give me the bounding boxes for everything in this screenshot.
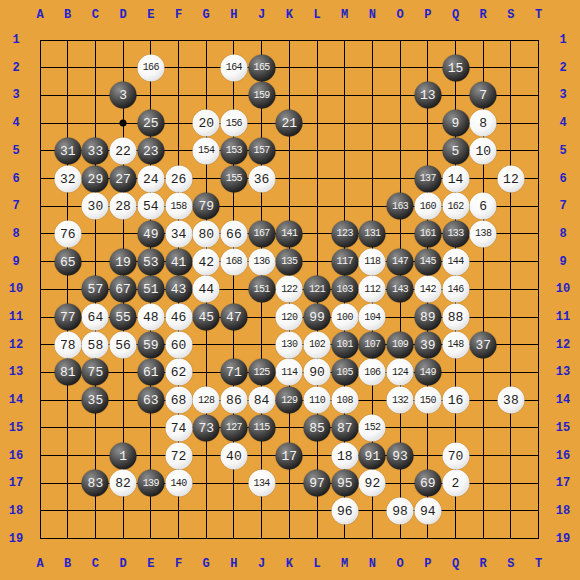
stone-white-66-H8[interactable]: 66 [220,220,247,247]
coordinate-label-col-N-bottom: N [358,557,386,571]
stone-move-number: 124 [392,367,408,377]
stone-black-67-D10[interactable]: 67 [110,276,137,303]
stone-move-number: 102 [309,340,325,350]
grid-line-vertical [510,40,511,540]
stone-move-number: 68 [171,394,187,407]
stone-black-153-H5[interactable]: 153 [220,137,247,164]
stone-black-13-P3[interactable]: 13 [414,82,441,109]
stone-white-14-Q6[interactable]: 14 [442,165,469,192]
stone-white-112-N10[interactable]: 112 [359,276,386,303]
stone-move-number: 84 [254,394,270,407]
stone-white-60-F12[interactable]: 60 [165,331,192,358]
stone-white-12-S6[interactable]: 12 [497,165,524,192]
coordinate-label-row-14-left: 14 [2,393,30,407]
stone-white-162-Q7[interactable]: 162 [442,193,469,220]
stone-black-49-E8[interactable]: 49 [137,220,164,247]
stone-move-number: 65 [60,255,76,268]
stone-move-number: 90 [309,366,325,379]
stone-black-105-M13[interactable]: 105 [331,359,358,386]
stone-white-58-C12[interactable]: 58 [82,331,109,358]
stone-white-142-P10[interactable]: 142 [414,276,441,303]
stone-white-28-D7[interactable]: 28 [110,193,137,220]
stone-white-76-B8[interactable]: 76 [54,220,81,247]
stone-move-number: 108 [337,395,353,405]
coordinate-label-col-H-bottom: H [220,557,248,571]
coordinate-label-col-O-top: O [386,8,414,22]
coordinate-label-row-11-left: 11 [2,310,30,324]
stone-white-30-C7[interactable]: 30 [82,193,109,220]
stone-white-130-K12[interactable]: 130 [276,331,303,358]
stone-white-108-M14[interactable]: 108 [331,387,358,414]
coordinate-label-row-19-right: 19 [549,532,577,546]
stone-black-127-H15[interactable]: 127 [220,414,247,441]
stone-white-74-F15[interactable]: 74 [165,414,192,441]
coordinate-label-col-L-top: L [303,8,331,22]
stone-black-157-J5[interactable]: 157 [248,137,275,164]
stone-move-number: 80 [198,227,214,240]
stone-move-number: 91 [365,449,381,462]
stone-move-number: 114 [281,367,297,377]
stone-move-number: 117 [337,257,353,267]
stone-move-number: 57 [88,283,104,296]
coordinate-label-col-D-top: D [109,8,137,22]
stone-move-number: 86 [226,394,242,407]
coordinate-label-col-F-bottom: F [165,557,193,571]
stone-white-38-S14[interactable]: 38 [497,387,524,414]
stone-move-number: 34 [171,227,187,240]
stone-move-number: 17 [281,449,297,462]
stone-move-number: 72 [171,449,187,462]
coordinate-label-row-5-left: 5 [2,144,30,158]
stone-black-107-N12[interactable]: 107 [359,331,386,358]
stone-move-number: 98 [392,504,408,517]
stone-move-number: 140 [170,478,186,488]
stone-white-144-Q9[interactable]: 144 [442,248,469,275]
coordinate-label-row-17-right: 17 [549,476,577,490]
stone-move-number: 64 [88,311,104,324]
stone-move-number: 27 [115,172,131,185]
stone-white-8-R4[interactable]: 8 [470,110,497,137]
stone-move-number: 22 [115,144,131,157]
coordinate-label-row-13-right: 13 [549,365,577,379]
coordinate-label-row-16-right: 16 [549,449,577,463]
stone-white-16-Q14[interactable]: 16 [442,387,469,414]
stone-black-53-E9[interactable]: 53 [137,248,164,275]
stone-black-31-B5[interactable]: 31 [54,137,81,164]
stone-move-number: 135 [281,257,297,267]
stone-black-59-E12[interactable]: 59 [137,331,164,358]
stone-move-number: 48 [143,311,159,324]
stone-move-number: 59 [143,338,159,351]
stone-move-number: 25 [143,117,159,130]
stone-white-150-P14[interactable]: 150 [414,387,441,414]
stone-black-155-H6[interactable]: 155 [220,165,247,192]
stone-move-number: 53 [143,255,159,268]
stone-move-number: 66 [226,227,242,240]
coordinate-label-row-6-left: 6 [2,172,30,186]
coordinate-label-col-E-bottom: E [137,557,165,571]
stone-white-72-F16[interactable]: 72 [165,442,192,469]
stone-white-78-B12[interactable]: 78 [54,331,81,358]
stone-white-80-G8[interactable]: 80 [193,220,220,247]
stone-black-83-C17[interactable]: 83 [82,470,109,497]
stone-black-65-B9[interactable]: 65 [54,248,81,275]
stone-black-89-P11[interactable]: 89 [414,304,441,331]
stone-move-number: 105 [337,367,353,377]
stone-white-48-E11[interactable]: 48 [137,304,164,331]
stone-black-35-C14[interactable]: 35 [82,387,109,414]
stone-white-164-H2[interactable]: 164 [220,54,247,81]
stone-black-19-D9[interactable]: 19 [110,248,137,275]
stone-black-151-J10[interactable]: 151 [248,276,275,303]
stone-white-10-R5[interactable]: 10 [470,137,497,164]
stone-black-135-K9[interactable]: 135 [276,248,303,275]
stone-move-number: 101 [337,340,353,350]
coordinate-label-row-18-left: 18 [2,504,30,518]
stone-move-number: 94 [420,504,436,517]
stone-white-54-E7[interactable]: 54 [137,193,164,220]
stone-black-51-E10[interactable]: 51 [137,276,164,303]
stone-move-number: 78 [60,338,76,351]
stone-white-166-E2[interactable]: 166 [137,54,164,81]
stone-black-63-E14[interactable]: 63 [137,387,164,414]
stone-move-number: 122 [281,284,297,294]
stone-move-number: 121 [309,284,325,294]
coordinate-label-row-12-right: 12 [549,338,577,352]
stone-black-39-P12[interactable]: 39 [414,331,441,358]
stone-white-96-M18[interactable]: 96 [331,497,358,524]
stone-move-number: 77 [60,311,76,324]
stone-move-number: 73 [198,421,214,434]
stone-black-97-L17[interactable]: 97 [304,470,331,497]
stone-black-33-C5[interactable]: 33 [82,137,109,164]
coordinate-label-row-17-left: 17 [2,476,30,490]
stone-move-number: 127 [226,423,242,433]
coordinate-label-row-3-right: 3 [549,88,577,102]
stone-white-158-F7[interactable]: 158 [165,193,192,220]
stone-move-number: 136 [253,257,269,267]
stone-black-121-L10[interactable]: 121 [304,276,331,303]
stone-black-15-Q2[interactable]: 15 [442,54,469,81]
stone-black-7-R3[interactable]: 7 [470,82,497,109]
coordinate-label-col-R-top: R [469,8,497,22]
stone-black-137-P6[interactable]: 137 [414,165,441,192]
stone-black-21-K4[interactable]: 21 [276,110,303,137]
stone-black-147-O9[interactable]: 147 [387,248,414,275]
stone-white-56-D12[interactable]: 56 [110,331,137,358]
stone-white-18-M16[interactable]: 18 [331,442,358,469]
stone-move-number: 131 [364,229,380,239]
stone-move-number: 41 [171,255,187,268]
stone-black-99-L11[interactable]: 99 [304,304,331,331]
stone-black-103-M10[interactable]: 103 [331,276,358,303]
stone-white-156-H4[interactable]: 156 [220,110,247,137]
stone-move-number: 92 [365,477,381,490]
stone-white-92-N17[interactable]: 92 [359,470,386,497]
stone-black-77-B11[interactable]: 77 [54,304,81,331]
stone-move-number: 12 [503,172,519,185]
stone-move-number: 142 [420,284,436,294]
stone-white-32-B6[interactable]: 32 [54,165,81,192]
stone-black-123-M8[interactable]: 123 [331,220,358,247]
stone-black-57-C10[interactable]: 57 [82,276,109,303]
coordinate-label-col-C-top: C [81,8,109,22]
stone-white-110-L14[interactable]: 110 [304,387,331,414]
stone-white-106-N13[interactable]: 106 [359,359,386,386]
stone-white-88-Q11[interactable]: 88 [442,304,469,331]
stone-white-152-N15[interactable]: 152 [359,414,386,441]
coordinate-label-row-11-right: 11 [549,310,577,324]
stone-move-number: 70 [448,449,464,462]
stone-black-163-O7[interactable]: 163 [387,193,414,220]
stone-black-81-B13[interactable]: 81 [54,359,81,386]
grid-line-vertical [538,40,539,540]
stone-move-number: 133 [447,229,463,239]
stone-white-42-G9[interactable]: 42 [193,248,220,275]
stone-black-47-H11[interactable]: 47 [220,304,247,331]
coordinate-label-col-G-top: G [192,8,220,22]
stone-move-number: 76 [60,227,76,240]
stone-move-number: 149 [420,367,436,377]
stone-move-number: 45 [198,311,214,324]
stone-move-number: 162 [447,201,463,211]
stone-black-73-G15[interactable]: 73 [193,414,220,441]
stone-black-27-D6[interactable]: 27 [110,165,137,192]
coordinate-label-col-G-bottom: G [192,557,220,571]
stone-white-70-Q16[interactable]: 70 [442,442,469,469]
stone-move-number: 107 [364,340,380,350]
stone-black-131-N8[interactable]: 131 [359,220,386,247]
stone-white-104-N11[interactable]: 104 [359,304,386,331]
stone-white-86-H14[interactable]: 86 [220,387,247,414]
stone-white-128-G14[interactable]: 128 [193,387,220,414]
coordinate-label-col-M-top: M [331,8,359,22]
coordinate-label-col-S-top: S [497,8,525,22]
stone-move-number: 33 [88,144,104,157]
stone-white-102-L12[interactable]: 102 [304,331,331,358]
stone-black-55-D11[interactable]: 55 [110,304,137,331]
stone-move-number: 67 [115,283,131,296]
stone-white-20-G4[interactable]: 20 [193,110,220,137]
stone-white-118-N9[interactable]: 118 [359,248,386,275]
stone-black-167-J8[interactable]: 167 [248,220,275,247]
stone-white-22-D5[interactable]: 22 [110,137,137,164]
stone-white-6-R7[interactable]: 6 [470,193,497,220]
stone-move-number: 100 [337,312,353,322]
stone-black-25-E4[interactable]: 25 [137,110,164,137]
stone-black-117-M9[interactable]: 117 [331,248,358,275]
stone-move-number: 18 [337,449,353,462]
coordinate-label-row-8-left: 8 [2,227,30,241]
coordinate-label-col-P-bottom: P [414,557,442,571]
stone-move-number: 115 [253,423,269,433]
stone-white-44-G10[interactable]: 44 [193,276,220,303]
stone-white-148-Q12[interactable]: 148 [442,331,469,358]
stone-white-94-P18[interactable]: 94 [414,497,441,524]
coordinate-label-row-10-right: 10 [549,282,577,296]
stone-move-number: 97 [309,477,325,490]
stone-move-number: 24 [143,172,159,185]
stone-move-number: 85 [309,421,325,434]
go-board[interactable]: AABBCCDDEEFFGGHHJJKKLLMMNNOOPPQQRRSSTT11… [0,0,580,580]
stone-black-129-K14[interactable]: 129 [276,387,303,414]
stone-white-120-K11[interactable]: 120 [276,304,303,331]
coordinate-label-row-9-left: 9 [2,255,30,269]
coordinate-label-col-B-bottom: B [54,557,82,571]
stone-black-5-Q5[interactable]: 5 [442,137,469,164]
stone-white-136-J9[interactable]: 136 [248,248,275,275]
coordinate-label-col-O-bottom: O [386,557,414,571]
stone-black-61-E13[interactable]: 61 [137,359,164,386]
stone-black-115-J15[interactable]: 115 [248,414,275,441]
coordinate-label-row-12-left: 12 [2,338,30,352]
stone-move-number: 95 [337,477,353,490]
stone-black-69-P17[interactable]: 69 [414,470,441,497]
coordinate-label-row-2-right: 2 [549,61,577,75]
coordinate-label-col-P-top: P [414,8,442,22]
stone-white-100-M11[interactable]: 100 [331,304,358,331]
stone-move-number: 146 [447,284,463,294]
stone-black-139-E17[interactable]: 139 [137,470,164,497]
stone-move-number: 147 [392,257,408,267]
stone-move-number: 37 [475,338,491,351]
stone-move-number: 9 [452,117,460,130]
stone-black-143-O10[interactable]: 143 [387,276,414,303]
stone-white-46-F11[interactable]: 46 [165,304,192,331]
stone-move-number: 166 [143,63,159,73]
stone-white-160-P7[interactable]: 160 [414,193,441,220]
stone-white-82-D17[interactable]: 82 [110,470,137,497]
stone-black-41-F9[interactable]: 41 [165,248,192,275]
stone-white-84-J14[interactable]: 84 [248,387,275,414]
stone-move-number: 130 [281,340,297,350]
stone-move-number: 125 [253,367,269,377]
stone-black-145-P9[interactable]: 145 [414,248,441,275]
stone-white-168-H9[interactable]: 168 [220,248,247,275]
stone-white-26-F6[interactable]: 26 [165,165,192,192]
stone-black-141-K8[interactable]: 141 [276,220,303,247]
stone-black-133-Q8[interactable]: 133 [442,220,469,247]
stone-black-3-D3[interactable]: 3 [110,82,137,109]
stone-move-number: 83 [88,477,104,490]
stone-white-114-K13[interactable]: 114 [276,359,303,386]
stone-black-17-K16[interactable]: 17 [276,442,303,469]
stone-white-122-K10[interactable]: 122 [276,276,303,303]
stone-white-40-H16[interactable]: 40 [220,442,247,469]
stone-move-number: 28 [115,200,131,213]
stone-white-62-F13[interactable]: 62 [165,359,192,386]
coordinate-label-col-J-top: J [248,8,276,22]
coordinate-label-col-K-bottom: K [275,557,303,571]
stone-black-37-R12[interactable]: 37 [470,331,497,358]
stone-move-number: 106 [364,367,380,377]
stone-move-number: 143 [392,284,408,294]
stone-black-23-E5[interactable]: 23 [137,137,164,164]
stone-black-29-C6[interactable]: 29 [82,165,109,192]
stone-black-101-M12[interactable]: 101 [331,331,358,358]
coordinate-label-col-E-top: E [137,8,165,22]
stone-black-85-L15[interactable]: 85 [304,414,331,441]
stone-white-146-Q10[interactable]: 146 [442,276,469,303]
stone-move-number: 163 [392,201,408,211]
coordinate-label-col-H-top: H [220,8,248,22]
stone-white-132-O14[interactable]: 132 [387,387,414,414]
stone-white-138-R8[interactable]: 138 [470,220,497,247]
stone-move-number: 158 [170,201,186,211]
stone-black-93-O16[interactable]: 93 [387,442,414,469]
grid-line-horizontal [40,427,540,428]
stone-move-number: 138 [475,229,491,239]
stone-black-43-F10[interactable]: 43 [165,276,192,303]
coordinate-label-col-B-top: B [54,8,82,22]
stone-black-9-Q4[interactable]: 9 [442,110,469,137]
stone-white-140-F17[interactable]: 140 [165,470,192,497]
stone-move-number: 23 [143,144,159,157]
coordinate-label-col-T-bottom: T [525,557,553,571]
stone-move-number: 36 [254,172,270,185]
coordinate-label-row-19-left: 19 [2,532,30,546]
stone-white-98-O18[interactable]: 98 [387,497,414,524]
coordinate-label-row-1-left: 1 [2,33,30,47]
stone-white-36-J6[interactable]: 36 [248,165,275,192]
stone-black-75-C13[interactable]: 75 [82,359,109,386]
stone-white-154-G5[interactable]: 154 [193,137,220,164]
stone-white-2-Q17[interactable]: 2 [442,470,469,497]
stone-move-number: 69 [420,477,436,490]
stone-move-number: 96 [337,504,353,517]
stone-black-87-M15[interactable]: 87 [331,414,358,441]
stone-black-109-O12[interactable]: 109 [387,331,414,358]
stone-move-number: 15 [448,61,464,74]
stone-move-number: 89 [420,311,436,324]
coordinate-label-col-L-bottom: L [303,557,331,571]
coordinate-label-row-7-left: 7 [2,199,30,213]
stone-white-64-C11[interactable]: 64 [82,304,109,331]
stone-white-124-O13[interactable]: 124 [387,359,414,386]
stone-move-number: 29 [88,172,104,185]
star-point-D4 [120,120,127,127]
stone-move-number: 26 [171,172,187,185]
stone-move-number: 7 [479,89,487,102]
stone-move-number: 51 [143,283,159,296]
stone-black-159-J3[interactable]: 159 [248,82,275,109]
stone-move-number: 44 [198,283,214,296]
stone-white-68-F14[interactable]: 68 [165,387,192,414]
stone-black-165-J2[interactable]: 165 [248,54,275,81]
stone-black-79-G7[interactable]: 79 [193,193,220,220]
stone-move-number: 132 [392,395,408,405]
stone-move-number: 81 [60,366,76,379]
coordinate-label-col-R-bottom: R [469,557,497,571]
stone-black-71-H13[interactable]: 71 [220,359,247,386]
stone-move-number: 10 [475,144,491,157]
stone-white-24-E6[interactable]: 24 [137,165,164,192]
stone-white-90-L13[interactable]: 90 [304,359,331,386]
stone-black-45-G11[interactable]: 45 [193,304,220,331]
stone-black-95-M17[interactable]: 95 [331,470,358,497]
stone-black-161-P8[interactable]: 161 [414,220,441,247]
stone-black-125-J13[interactable]: 125 [248,359,275,386]
stone-black-149-P13[interactable]: 149 [414,359,441,386]
stone-black-91-N16[interactable]: 91 [359,442,386,469]
stone-move-number: 8 [479,117,487,130]
stone-white-134-J17[interactable]: 134 [248,470,275,497]
stone-white-34-F8[interactable]: 34 [165,220,192,247]
stone-move-number: 58 [88,338,104,351]
coordinate-label-row-18-right: 18 [549,504,577,518]
stone-black-1-D16[interactable]: 1 [110,442,137,469]
coordinate-label-col-D-bottom: D [109,557,137,571]
